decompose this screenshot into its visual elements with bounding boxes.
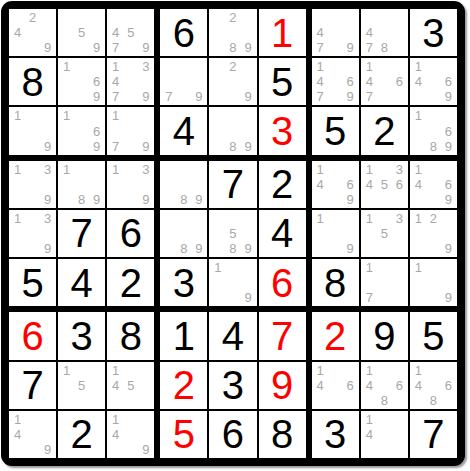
cell-value: 8 — [259, 411, 306, 458]
candidate-grid: 179 — [108, 108, 153, 153]
candidate-5: 5 — [377, 177, 392, 192]
candidate-3: 3 — [138, 59, 153, 74]
candidate-grid: 129 — [411, 211, 456, 256]
cell-r6c9[interactable]: 19 — [410, 259, 457, 306]
candidate-grid: 19 — [210, 260, 255, 305]
box-3-3: 295146146814683147 — [312, 312, 457, 458]
candidate-grid: 4579 — [108, 10, 153, 55]
candidate-9: 9 — [89, 139, 104, 154]
cell-r5c6[interactable]: 4 — [259, 210, 306, 257]
cell-r1c3[interactable]: 4579 — [107, 9, 154, 56]
candidate-3: 3 — [392, 162, 407, 177]
candidate-1: 1 — [59, 108, 74, 123]
cell-r1c4[interactable]: 6 — [160, 9, 207, 56]
candidate-3: 3 — [40, 162, 55, 177]
cell-r5c2[interactable]: 7 — [58, 210, 105, 257]
candidate-9: 9 — [441, 241, 456, 256]
cell-value: 2 — [58, 411, 105, 458]
candidate-3: 3 — [392, 211, 407, 226]
cell-value: 5 — [259, 58, 306, 105]
cell-r5c1[interactable]: 139 — [9, 210, 56, 257]
cell-r4c1[interactable]: 139 — [9, 161, 56, 208]
cell-r6c4[interactable]: 3 — [160, 259, 207, 306]
candidate-4: 4 — [362, 378, 377, 393]
candidate-9: 9 — [138, 442, 153, 457]
candidate-9: 9 — [241, 290, 256, 305]
candidate-7: 7 — [108, 40, 123, 55]
candidate-9: 9 — [40, 139, 55, 154]
candidate-1: 1 — [10, 108, 25, 123]
cell-r4c5[interactable]: 7 — [209, 161, 256, 208]
cell-r2c2[interactable]: 169 — [58, 58, 105, 105]
cell-value: 3 — [58, 312, 105, 359]
candidate-2: 2 — [426, 211, 441, 226]
candidate-grid: 79 — [161, 59, 206, 104]
candidate-grid: 89 — [210, 108, 255, 153]
cell-value: 2 — [361, 107, 408, 154]
cell-r4c8[interactable]: 13456 — [361, 161, 408, 208]
candidate-1: 1 — [59, 363, 74, 378]
candidate-1: 1 — [59, 59, 74, 74]
candidate-2: 2 — [225, 10, 240, 25]
cell-value: 3 — [312, 411, 359, 458]
cell-r9c3[interactable]: 149 — [107, 411, 154, 458]
candidate-4: 4 — [362, 427, 377, 442]
cell-value: 7 — [259, 312, 306, 359]
candidate-1: 1 — [313, 162, 328, 177]
cell-r6c7[interactable]: 8 — [312, 259, 359, 306]
cell-r9c6[interactable]: 8 — [259, 411, 306, 458]
cell-value: 2 — [107, 259, 154, 306]
cell-r3c1[interactable]: 19 — [9, 107, 56, 154]
box-3-1: 6387151451492149 — [9, 312, 154, 458]
candidate-grid: 13479 — [108, 59, 153, 104]
candidate-1: 1 — [108, 59, 123, 74]
candidate-6: 6 — [441, 378, 456, 393]
cell-r5c8[interactable]: 135 — [361, 210, 408, 257]
cell-value: 9 — [259, 362, 306, 409]
candidate-7: 7 — [108, 139, 123, 154]
candidate-4: 4 — [108, 25, 123, 40]
candidate-6: 6 — [441, 74, 456, 89]
candidate-grid: 19 — [411, 260, 456, 305]
candidate-1: 1 — [411, 363, 426, 378]
cell-r3c6[interactable]: 3 — [259, 107, 306, 154]
cell-r9c4[interactable]: 5 — [160, 411, 207, 458]
cell-value: 5 — [9, 259, 56, 306]
candidate-4: 4 — [411, 177, 426, 192]
candidate-9: 9 — [241, 241, 256, 256]
cell-r2c1[interactable]: 8 — [9, 58, 56, 105]
sudoku-board: 2495945798169134791916917962891792954893… — [1, 1, 465, 466]
cell-r2c7[interactable]: 14679 — [312, 58, 359, 105]
cell-value: 7 — [9, 362, 56, 409]
candidate-9: 9 — [343, 89, 358, 104]
candidate-grid: 135 — [362, 211, 407, 256]
cell-value: 7 — [410, 411, 457, 458]
candidate-4: 4 — [10, 25, 25, 40]
candidate-7: 7 — [108, 89, 123, 104]
candidate-8: 8 — [225, 241, 240, 256]
candidate-7: 7 — [362, 40, 377, 55]
candidate-8: 8 — [225, 40, 240, 55]
candidate-2: 2 — [25, 10, 40, 25]
cell-r4c9[interactable]: 1469 — [410, 161, 457, 208]
candidate-5: 5 — [123, 378, 138, 393]
candidate-1: 1 — [362, 363, 377, 378]
cell-r1c7[interactable]: 479 — [312, 9, 359, 56]
candidate-8: 8 — [176, 241, 191, 256]
cell-r6c1[interactable]: 5 — [9, 259, 56, 306]
candidate-grid: 89 — [161, 162, 206, 207]
cell-value: 6 — [160, 9, 207, 56]
candidate-1: 1 — [362, 162, 377, 177]
cell-r4c2[interactable]: 189 — [58, 161, 105, 208]
cell-r8c9[interactable]: 1468 — [410, 362, 457, 409]
box-2-1: 13918913913976542 — [9, 161, 154, 307]
candidate-8: 8 — [426, 393, 441, 408]
cell-r8c7[interactable]: 146 — [312, 362, 359, 409]
candidate-1: 1 — [108, 108, 123, 123]
candidate-grid: 479 — [313, 10, 358, 55]
box-1-3: 47947831467914671469521689 — [312, 9, 457, 155]
candidate-9: 9 — [191, 192, 206, 207]
candidate-grid: 478 — [362, 10, 407, 55]
candidate-1: 1 — [411, 59, 426, 74]
candidate-8: 8 — [377, 393, 392, 408]
candidate-1: 1 — [362, 59, 377, 74]
candidate-3: 3 — [138, 162, 153, 177]
cell-value: 6 — [9, 312, 56, 359]
candidate-6: 6 — [89, 74, 104, 89]
candidate-grid: 17 — [362, 260, 407, 305]
candidate-6: 6 — [343, 378, 358, 393]
cell-r8c3[interactable]: 145 — [107, 362, 154, 409]
cell-r3c5[interactable]: 89 — [209, 107, 256, 154]
candidate-grid: 13456 — [362, 162, 407, 207]
cell-value: 3 — [259, 107, 306, 154]
candidate-1: 1 — [108, 412, 123, 427]
candidate-6: 6 — [392, 177, 407, 192]
candidate-6: 6 — [343, 177, 358, 192]
cell-r5c4[interactable]: 89 — [160, 210, 207, 257]
candidate-8: 8 — [426, 139, 441, 154]
candidate-grid: 146 — [313, 363, 358, 408]
candidate-grid: 169 — [59, 108, 104, 153]
candidate-1: 1 — [313, 59, 328, 74]
cell-r7c8[interactable]: 9 — [361, 312, 408, 359]
candidate-grid: 1469 — [411, 162, 456, 207]
cell-r7c5[interactable]: 4 — [209, 312, 256, 359]
cell-value: 2 — [160, 362, 207, 409]
candidate-4: 4 — [362, 177, 377, 192]
cell-r9c5[interactable]: 6 — [209, 411, 256, 458]
cell-r8c8[interactable]: 1468 — [361, 362, 408, 409]
candidate-9: 9 — [40, 192, 55, 207]
candidate-5: 5 — [74, 378, 89, 393]
candidate-grid: 139 — [108, 162, 153, 207]
cell-r1c5[interactable]: 289 — [209, 9, 256, 56]
candidate-7: 7 — [313, 89, 328, 104]
candidate-5: 5 — [74, 25, 89, 40]
candidate-grid: 1468 — [362, 363, 407, 408]
candidate-4: 4 — [313, 25, 328, 40]
candidate-grid: 1469 — [313, 162, 358, 207]
candidate-6: 6 — [441, 177, 456, 192]
cell-value: 4 — [160, 107, 207, 154]
cell-r3c7[interactable]: 5 — [312, 107, 359, 154]
cell-r6c2[interactable]: 4 — [58, 259, 105, 306]
cell-value: 7 — [58, 210, 105, 257]
candidate-6: 6 — [392, 74, 407, 89]
cell-value: 5 — [410, 312, 457, 359]
candidate-grid: 289 — [210, 10, 255, 55]
candidate-4: 4 — [313, 378, 328, 393]
candidate-grid: 29 — [210, 59, 255, 104]
candidate-9: 9 — [441, 139, 456, 154]
candidate-grid: 19 — [313, 211, 358, 256]
candidate-9: 9 — [241, 40, 256, 55]
cell-r7c2[interactable]: 3 — [58, 312, 105, 359]
candidate-grid: 189 — [59, 162, 104, 207]
cell-r1c2[interactable]: 59 — [58, 9, 105, 56]
cell-r1c6[interactable]: 1 — [259, 9, 306, 56]
candidate-8: 8 — [225, 139, 240, 154]
candidate-9: 9 — [89, 40, 104, 55]
candidate-1: 1 — [10, 211, 25, 226]
cell-r9c2[interactable]: 2 — [58, 411, 105, 458]
cell-r2c9[interactable]: 1469 — [410, 58, 457, 105]
candidate-grid: 145 — [108, 363, 153, 408]
candidate-7: 7 — [362, 290, 377, 305]
cell-value: 8 — [312, 259, 359, 306]
candidate-grid: 149 — [108, 412, 153, 457]
cell-r6c5[interactable]: 19 — [209, 259, 256, 306]
candidate-9: 9 — [40, 241, 55, 256]
candidate-9: 9 — [343, 192, 358, 207]
cell-r5c7[interactable]: 19 — [312, 210, 359, 257]
cell-r2c8[interactable]: 1467 — [361, 58, 408, 105]
candidate-4: 4 — [10, 427, 25, 442]
cell-r3c8[interactable]: 2 — [361, 107, 408, 154]
cell-r7c7[interactable]: 2 — [312, 312, 359, 359]
cell-r1c9[interactable]: 3 — [410, 9, 457, 56]
cell-r6c6[interactable]: 6 — [259, 259, 306, 306]
box-1-1: 24959457981691347919169179 — [9, 9, 154, 155]
candidate-grid: 89 — [161, 211, 206, 256]
candidate-9: 9 — [441, 192, 456, 207]
cell-r8c5[interactable]: 3 — [209, 362, 256, 409]
candidate-9: 9 — [138, 40, 153, 55]
candidate-9: 9 — [89, 192, 104, 207]
box-1-2: 62891792954893 — [160, 9, 305, 155]
cell-value: 4 — [58, 259, 105, 306]
candidate-9: 9 — [89, 89, 104, 104]
candidate-4: 4 — [411, 378, 426, 393]
cell-r5c3[interactable]: 6 — [107, 210, 154, 257]
cell-r7c3[interactable]: 8 — [107, 312, 154, 359]
candidate-5: 5 — [123, 25, 138, 40]
cell-r2c3[interactable]: 13479 — [107, 58, 154, 105]
candidate-grid: 1468 — [411, 363, 456, 408]
cell-value: 7 — [209, 161, 256, 208]
candidate-1: 1 — [108, 363, 123, 378]
candidate-9: 9 — [441, 89, 456, 104]
candidate-grid: 1467 — [362, 59, 407, 104]
candidate-8: 8 — [74, 192, 89, 207]
candidate-grid: 1689 — [411, 108, 456, 153]
cell-r9c7[interactable]: 3 — [312, 411, 359, 458]
candidate-9: 9 — [241, 89, 256, 104]
cell-r3c3[interactable]: 179 — [107, 107, 154, 154]
cell-r4c4[interactable]: 89 — [160, 161, 207, 208]
candidate-9: 9 — [40, 442, 55, 457]
candidate-4: 4 — [108, 378, 123, 393]
cell-r4c7[interactable]: 1469 — [312, 161, 359, 208]
candidate-1: 1 — [362, 211, 377, 226]
candidate-grid: 1469 — [411, 59, 456, 104]
candidate-4: 4 — [362, 74, 377, 89]
candidate-3: 3 — [40, 211, 55, 226]
candidate-grid: 19 — [10, 108, 55, 153]
cell-r9c8[interactable]: 14 — [361, 411, 408, 458]
cell-value: 4 — [209, 312, 256, 359]
candidate-6: 6 — [89, 124, 104, 139]
candidate-9: 9 — [191, 89, 206, 104]
cell-value: 3 — [209, 362, 256, 409]
cell-value: 9 — [361, 312, 408, 359]
cell-value: 5 — [160, 411, 207, 458]
cell-value: 6 — [209, 411, 256, 458]
candidate-grid: 589 — [210, 211, 255, 256]
cell-r8c2[interactable]: 15 — [58, 362, 105, 409]
cell-value: 2 — [312, 312, 359, 359]
candidate-7: 7 — [362, 89, 377, 104]
cell-r4c3[interactable]: 139 — [107, 161, 154, 208]
candidate-9: 9 — [138, 139, 153, 154]
candidate-4: 4 — [108, 427, 123, 442]
candidate-grid: 169 — [59, 59, 104, 104]
cell-value: 4 — [259, 210, 306, 257]
candidate-4: 4 — [362, 25, 377, 40]
candidate-1: 1 — [411, 162, 426, 177]
cell-r3c4[interactable]: 4 — [160, 107, 207, 154]
candidate-8: 8 — [377, 40, 392, 55]
candidate-grid: 14679 — [313, 59, 358, 104]
cell-value: 2 — [259, 161, 306, 208]
cell-value: 1 — [160, 312, 207, 359]
cell-r2c5[interactable]: 29 — [209, 58, 256, 105]
candidate-1: 1 — [10, 412, 25, 427]
candidate-4: 4 — [411, 74, 426, 89]
cell-r7c6[interactable]: 7 — [259, 312, 306, 359]
cell-value: 3 — [160, 259, 207, 306]
candidate-1: 1 — [411, 108, 426, 123]
candidate-9: 9 — [241, 139, 256, 154]
cell-r4c6[interactable]: 2 — [259, 161, 306, 208]
candidate-9: 9 — [441, 290, 456, 305]
cell-r2c6[interactable]: 5 — [259, 58, 306, 105]
candidate-1: 1 — [362, 260, 377, 275]
candidate-1: 1 — [10, 162, 25, 177]
candidate-1: 1 — [411, 260, 426, 275]
cell-r6c8[interactable]: 17 — [361, 259, 408, 306]
candidate-9: 9 — [138, 192, 153, 207]
cell-r6c3[interactable]: 2 — [107, 259, 154, 306]
box-2-2: 89728958943196 — [160, 161, 305, 307]
cell-value: 3 — [410, 9, 457, 56]
cell-value: 1 — [259, 9, 306, 56]
candidate-8: 8 — [176, 192, 191, 207]
candidate-4: 4 — [313, 177, 328, 192]
candidate-1: 1 — [210, 260, 225, 275]
candidate-1: 1 — [313, 211, 328, 226]
candidate-9: 9 — [343, 40, 358, 55]
cell-r8c1[interactable]: 7 — [9, 362, 56, 409]
candidate-1: 1 — [59, 162, 74, 177]
candidate-6: 6 — [392, 378, 407, 393]
candidate-4: 4 — [108, 74, 123, 89]
candidate-grid: 59 — [59, 10, 104, 55]
candidate-4: 4 — [313, 74, 328, 89]
cell-r3c2[interactable]: 169 — [58, 107, 105, 154]
box-2-3: 14691345614691913512981719 — [312, 161, 457, 307]
cell-value: 8 — [107, 312, 154, 359]
candidate-9: 9 — [40, 40, 55, 55]
candidate-grid: 139 — [10, 211, 55, 256]
candidate-1: 1 — [411, 211, 426, 226]
cell-r7c1[interactable]: 6 — [9, 312, 56, 359]
candidate-2: 2 — [225, 59, 240, 74]
candidate-grid: 139 — [10, 162, 55, 207]
cell-r3c9[interactable]: 1689 — [410, 107, 457, 154]
candidate-6: 6 — [441, 124, 456, 139]
candidate-grid: 14 — [362, 412, 407, 457]
box-3-2: 147239568 — [160, 312, 305, 458]
cell-r7c4[interactable]: 1 — [160, 312, 207, 359]
candidate-1: 1 — [108, 162, 123, 177]
candidate-grid: 15 — [59, 363, 104, 408]
cell-r9c1[interactable]: 149 — [9, 411, 56, 458]
cell-r1c8[interactable]: 478 — [361, 9, 408, 56]
cell-r8c6[interactable]: 9 — [259, 362, 306, 409]
candidate-1: 1 — [362, 412, 377, 427]
candidate-5: 5 — [225, 226, 240, 241]
cell-value: 6 — [259, 259, 306, 306]
cell-value: 8 — [9, 58, 56, 105]
candidate-5: 5 — [377, 226, 392, 241]
cell-r7c9[interactable]: 5 — [410, 312, 457, 359]
candidate-9: 9 — [343, 241, 358, 256]
cell-r5c5[interactable]: 589 — [209, 210, 256, 257]
cell-value: 5 — [312, 107, 359, 154]
candidate-grid: 249 — [10, 10, 55, 55]
cell-r1c1[interactable]: 249 — [9, 9, 56, 56]
candidate-6: 6 — [343, 74, 358, 89]
cell-r8c4[interactable]: 2 — [160, 362, 207, 409]
candidate-9: 9 — [138, 89, 153, 104]
candidate-grid: 149 — [10, 412, 55, 457]
cell-value: 6 — [107, 210, 154, 257]
candidate-9: 9 — [191, 241, 206, 256]
candidate-7: 7 — [313, 40, 328, 55]
cell-r9c9[interactable]: 7 — [410, 411, 457, 458]
candidate-1: 1 — [313, 363, 328, 378]
cell-r5c9[interactable]: 129 — [410, 210, 457, 257]
candidate-7: 7 — [161, 89, 176, 104]
cell-r2c4[interactable]: 79 — [160, 58, 207, 105]
